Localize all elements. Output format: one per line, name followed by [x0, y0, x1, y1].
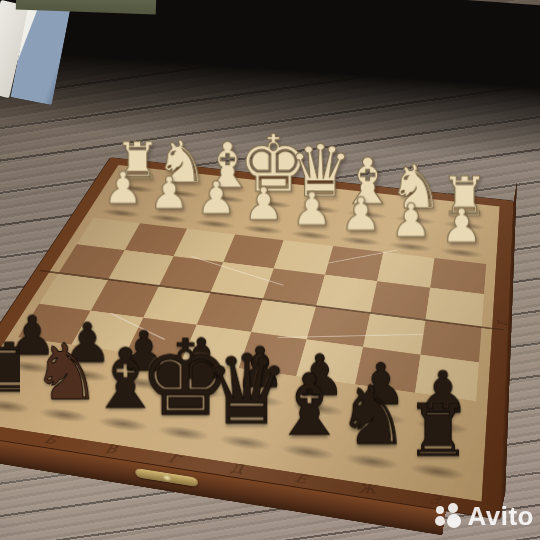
avito-logo-icon [435, 503, 462, 530]
white-pawn-glyph: ♟ [441, 205, 483, 250]
piece-white-pawn[interactable]: ♟ [435, 230, 489, 264]
logo-dot [435, 516, 445, 526]
clasp-knob [163, 474, 172, 481]
logo-dot [448, 503, 458, 513]
chess-board-scene: ♜ ♞ ♝ ♚ ♛ ♝ ♞ ♜ ♟ ♟ ♟ ♟ ♟ ♟ ♟ ♟ ♟ ♟ ♟ ♟ … [0, 158, 513, 519]
board-frame: ♜ ♞ ♝ ♚ ♛ ♝ ♞ ♜ ♟ ♟ ♟ ♟ ♟ ♟ ♟ ♟ ♟ ♟ ♟ ♟ … [0, 158, 513, 519]
black-rook-glyph: ♜ [406, 396, 471, 465]
logo-dot [447, 514, 461, 528]
rank-mark: 2 [495, 319, 511, 324]
scene-photo: { "game": "chess", "position": { "fen": … [0, 0, 540, 540]
watermark-text: Avito [467, 501, 534, 532]
logo-dot [436, 506, 444, 514]
avito-watermark: Avito [435, 501, 534, 532]
